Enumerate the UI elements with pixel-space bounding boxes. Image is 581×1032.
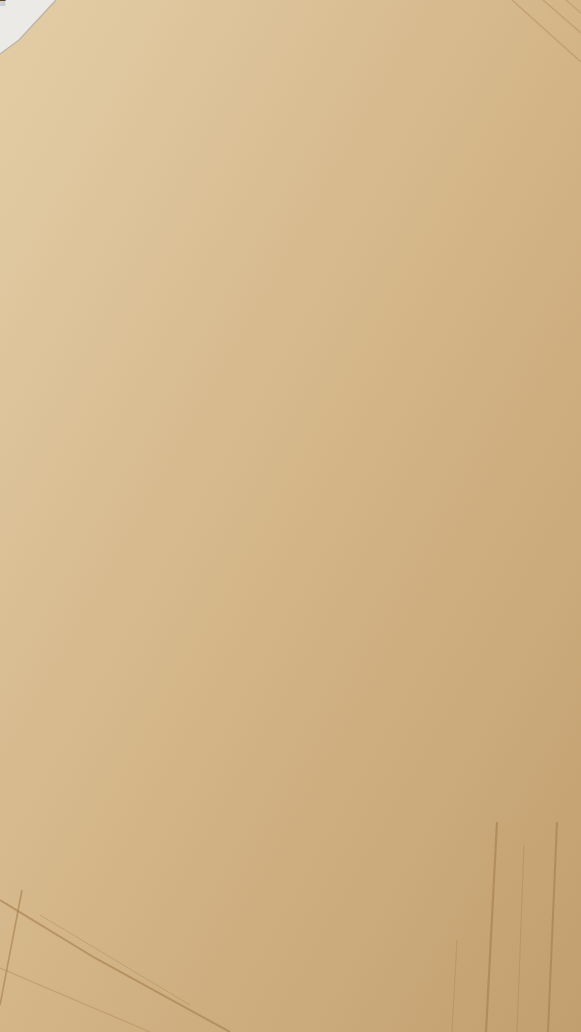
piece-gold-pawn-h7[interactable]: ♟ [0, 0, 7, 4]
pieces: ♜♞♝♛♚♝♞♜♟♟♟♟♟♟♟♟ [0, 0, 7, 4]
chessboard: ABCDEFGH8765♜♞♝♛♚♝♞♜♟♟♟♟♟♟♟♟ [0, 0, 7, 10]
floor [0, 0, 581, 1032]
board-photo-svg: ABCDEFGH8765♜♞♝♛♚♝♞♜♟♟♟♟♟♟♟♟ [0, 0, 581, 1032]
chess-photo-stage: ABCDEFGH8765♜♞♝♛♚♝♞♜♟♟♟♟♟♟♟♟ [0, 0, 581, 1032]
